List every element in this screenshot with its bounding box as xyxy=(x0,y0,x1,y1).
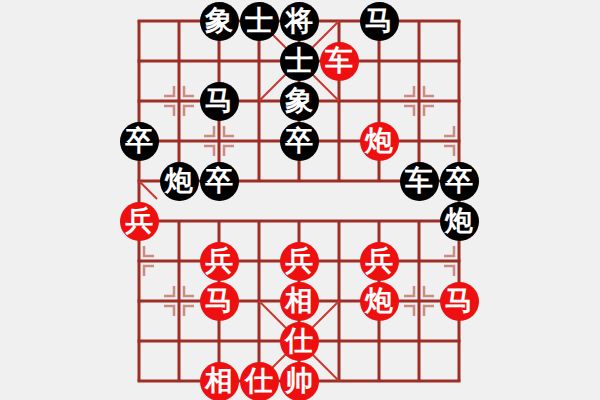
piece-black-elephant[interactable]: 象 xyxy=(200,2,239,41)
piece-black-general[interactable]: 将 xyxy=(280,2,319,41)
piece-red-horse[interactable]: 马 xyxy=(200,282,239,321)
piece-black-soldier[interactable]: 卒 xyxy=(200,162,239,201)
piece-black-horse[interactable]: 马 xyxy=(360,2,399,41)
piece-red-cannon[interactable]: 炮 xyxy=(360,282,399,321)
xiangqi-app: 象士将马士车马象卒卒炮炮卒车卒兵炮兵兵兵马相炮马仕相仕帅 xyxy=(0,0,600,400)
piece-red-chariot[interactable]: 车 xyxy=(320,42,359,81)
piece-black-soldier[interactable]: 卒 xyxy=(120,122,159,161)
piece-black-cannon[interactable]: 炮 xyxy=(440,202,479,241)
piece-red-soldier[interactable]: 兵 xyxy=(200,242,239,281)
piece-black-cannon[interactable]: 炮 xyxy=(160,162,199,201)
piece-red-general[interactable]: 帅 xyxy=(280,362,319,400)
piece-red-soldier[interactable]: 兵 xyxy=(120,202,159,241)
piece-red-elephant[interactable]: 相 xyxy=(200,362,239,400)
piece-red-advisor[interactable]: 仕 xyxy=(280,322,319,361)
piece-black-elephant[interactable]: 象 xyxy=(280,82,319,121)
piece-red-cannon[interactable]: 炮 xyxy=(360,122,399,161)
piece-black-advisor[interactable]: 士 xyxy=(240,2,279,41)
xiangqi-board: 象士将马士车马象卒卒炮炮卒车卒兵炮兵兵兵马相炮马仕相仕帅 xyxy=(119,1,479,400)
piece-black-chariot[interactable]: 车 xyxy=(400,162,439,201)
piece-black-soldier[interactable]: 卒 xyxy=(280,122,319,161)
piece-red-horse[interactable]: 马 xyxy=(440,282,479,321)
piece-red-elephant[interactable]: 相 xyxy=(280,282,319,321)
piece-black-soldier[interactable]: 卒 xyxy=(440,162,479,201)
piece-red-advisor[interactable]: 仕 xyxy=(240,362,279,400)
piece-red-soldier[interactable]: 兵 xyxy=(280,242,319,281)
piece-black-horse[interactable]: 马 xyxy=(200,82,239,121)
piece-black-advisor[interactable]: 士 xyxy=(280,42,319,81)
piece-red-soldier[interactable]: 兵 xyxy=(360,242,399,281)
